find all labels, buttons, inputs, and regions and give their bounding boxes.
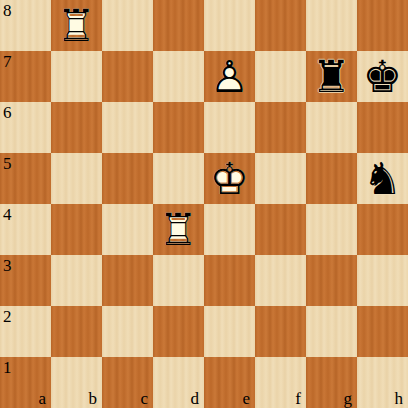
square-g7[interactable]: ♜ [306, 51, 357, 102]
square-b7[interactable] [51, 51, 102, 102]
square-e8[interactable] [204, 0, 255, 51]
square-b1[interactable]: b [51, 357, 102, 408]
square-d5[interactable] [153, 153, 204, 204]
rank-label-5: 5 [3, 155, 12, 172]
square-h4[interactable] [357, 204, 408, 255]
rank-label-7: 7 [3, 53, 12, 70]
square-c5[interactable] [102, 153, 153, 204]
square-h8[interactable] [357, 0, 408, 51]
square-d2[interactable] [153, 306, 204, 357]
file-label-a: a [38, 390, 46, 407]
square-h3[interactable] [357, 255, 408, 306]
square-c3[interactable] [102, 255, 153, 306]
square-e1[interactable]: e [204, 357, 255, 408]
rank-label-1: 1 [3, 359, 12, 376]
white-king-glyph-outline: ♔ [204, 153, 255, 204]
square-c6[interactable] [102, 102, 153, 153]
square-e4[interactable] [204, 204, 255, 255]
square-f5[interactable] [255, 153, 306, 204]
square-e7[interactable]: ♟♙ [204, 51, 255, 102]
square-f3[interactable] [255, 255, 306, 306]
black-rook-glyph-fill: ♜ [306, 51, 357, 102]
file-label-f: f [295, 390, 301, 407]
rank-label-6: 6 [3, 104, 12, 121]
square-a2[interactable]: 2 [0, 306, 51, 357]
square-f4[interactable] [255, 204, 306, 255]
square-h6[interactable] [357, 102, 408, 153]
square-b2[interactable] [51, 306, 102, 357]
piece-white-rook[interactable]: ♜♖ [51, 0, 102, 51]
rank-label-3: 3 [3, 257, 12, 274]
square-d4[interactable]: ♜♖ [153, 204, 204, 255]
piece-white-pawn[interactable]: ♟♙ [204, 51, 255, 102]
square-d8[interactable] [153, 0, 204, 51]
square-g4[interactable] [306, 204, 357, 255]
black-knight-glyph-fill: ♞ [357, 153, 408, 204]
square-f2[interactable] [255, 306, 306, 357]
black-king-glyph-fill: ♚ [357, 51, 408, 102]
square-g5[interactable] [306, 153, 357, 204]
file-label-e: e [242, 390, 250, 407]
square-e2[interactable] [204, 306, 255, 357]
piece-black-rook[interactable]: ♜ [306, 51, 357, 102]
square-b4[interactable] [51, 204, 102, 255]
piece-white-rook[interactable]: ♜♖ [153, 204, 204, 255]
square-f7[interactable] [255, 51, 306, 102]
square-e3[interactable] [204, 255, 255, 306]
square-c7[interactable] [102, 51, 153, 102]
square-f1[interactable]: f [255, 357, 306, 408]
square-d3[interactable] [153, 255, 204, 306]
square-d7[interactable] [153, 51, 204, 102]
square-a4[interactable]: 4 [0, 204, 51, 255]
square-f6[interactable] [255, 102, 306, 153]
square-a7[interactable]: 7 [0, 51, 51, 102]
square-h5[interactable]: ♞ [357, 153, 408, 204]
rank-label-8: 8 [3, 2, 12, 19]
square-f8[interactable] [255, 0, 306, 51]
square-c4[interactable] [102, 204, 153, 255]
white-pawn-glyph-outline: ♙ [204, 51, 255, 102]
square-d1[interactable]: d [153, 357, 204, 408]
file-label-b: b [89, 390, 98, 407]
piece-black-knight[interactable]: ♞ [357, 153, 408, 204]
square-g2[interactable] [306, 306, 357, 357]
square-a1[interactable]: 1a [0, 357, 51, 408]
square-e5[interactable]: ♚♔ [204, 153, 255, 204]
square-g1[interactable]: g [306, 357, 357, 408]
square-e6[interactable] [204, 102, 255, 153]
square-c2[interactable] [102, 306, 153, 357]
square-c1[interactable]: c [102, 357, 153, 408]
square-h1[interactable]: h [357, 357, 408, 408]
piece-white-king[interactable]: ♚♔ [204, 153, 255, 204]
file-label-h: h [395, 390, 404, 407]
square-a5[interactable]: 5 [0, 153, 51, 204]
file-label-c: c [140, 390, 148, 407]
piece-black-king[interactable]: ♚ [357, 51, 408, 102]
square-b3[interactable] [51, 255, 102, 306]
chess-board: 8♜♖7♟♙♜♚65♚♔♞4♜♖321abcdefgh [0, 0, 408, 408]
white-rook-glyph-outline: ♖ [51, 0, 102, 51]
square-d6[interactable] [153, 102, 204, 153]
square-g8[interactable] [306, 0, 357, 51]
square-b5[interactable] [51, 153, 102, 204]
square-h7[interactable]: ♚ [357, 51, 408, 102]
square-a6[interactable]: 6 [0, 102, 51, 153]
square-g6[interactable] [306, 102, 357, 153]
file-label-g: g [344, 390, 353, 407]
white-rook-glyph-outline: ♖ [153, 204, 204, 255]
rank-label-4: 4 [3, 206, 12, 223]
square-c8[interactable] [102, 0, 153, 51]
square-g3[interactable] [306, 255, 357, 306]
square-a8[interactable]: 8 [0, 0, 51, 51]
square-a3[interactable]: 3 [0, 255, 51, 306]
rank-label-2: 2 [3, 308, 12, 325]
file-label-d: d [191, 390, 200, 407]
square-h2[interactable] [357, 306, 408, 357]
square-b8[interactable]: ♜♖ [51, 0, 102, 51]
square-b6[interactable] [51, 102, 102, 153]
